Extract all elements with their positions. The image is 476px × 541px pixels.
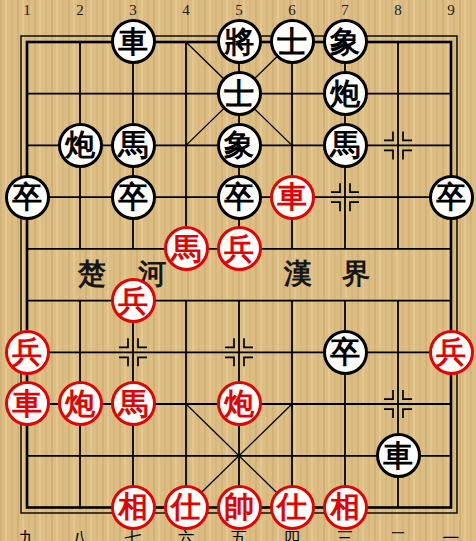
- piece-glyph: 馬: [118, 389, 148, 419]
- piece-glyph: 馬: [330, 130, 360, 160]
- piece-glyph: 將: [224, 27, 254, 57]
- piece-black-soldier[interactable]: 卒: [429, 175, 474, 220]
- piece-glyph: 卒: [224, 182, 254, 212]
- xiangqi-board: 123456789 九八七六五四三二一 楚河 漢界 車將士象士炮炮馬象馬卒卒卒卒…: [0, 0, 476, 541]
- piece-red-soldier[interactable]: 兵: [5, 330, 50, 375]
- piece-red-chariot[interactable]: 車: [5, 381, 50, 426]
- piece-glyph: 炮: [330, 79, 360, 109]
- piece-red-soldier[interactable]: 兵: [111, 278, 156, 323]
- piece-black-horse[interactable]: 馬: [323, 123, 368, 168]
- piece-glyph: 炮: [65, 130, 95, 160]
- piece-glyph: 士: [277, 27, 307, 57]
- piece-glyph: 馬: [118, 130, 148, 160]
- piece-red-soldier[interactable]: 兵: [429, 330, 474, 375]
- piece-black-soldier[interactable]: 卒: [217, 175, 262, 220]
- piece-glyph: 兵: [224, 234, 254, 264]
- piece-red-cannon[interactable]: 炮: [217, 381, 262, 426]
- piece-black-chariot[interactable]: 車: [111, 19, 156, 64]
- piece-red-horse[interactable]: 馬: [111, 381, 156, 426]
- piece-black-advisor[interactable]: 士: [217, 71, 262, 116]
- piece-black-cannon[interactable]: 炮: [58, 123, 103, 168]
- piece-glyph: 馬: [171, 234, 201, 264]
- piece-glyph: 卒: [118, 182, 148, 212]
- piece-glyph: 車: [12, 389, 42, 419]
- piece-red-cannon[interactable]: 炮: [58, 381, 103, 426]
- piece-glyph: 相: [118, 492, 148, 522]
- piece-glyph: 車: [277, 182, 307, 212]
- piece-glyph: 帥: [224, 492, 254, 522]
- piece-glyph: 象: [224, 130, 254, 160]
- piece-glyph: 車: [383, 441, 413, 471]
- piece-black-advisor[interactable]: 士: [270, 19, 315, 64]
- piece-red-advisor[interactable]: 仕: [270, 485, 315, 530]
- piece-black-soldier[interactable]: 卒: [111, 175, 156, 220]
- piece-black-cannon[interactable]: 炮: [323, 71, 368, 116]
- piece-red-general[interactable]: 帥: [217, 485, 262, 530]
- piece-black-general[interactable]: 將: [217, 19, 262, 64]
- piece-red-chariot[interactable]: 車: [270, 175, 315, 220]
- piece-black-horse[interactable]: 馬: [111, 123, 156, 168]
- piece-red-soldier[interactable]: 兵: [217, 226, 262, 271]
- piece-glyph: 兵: [436, 337, 466, 367]
- piece-red-advisor[interactable]: 仕: [164, 485, 209, 530]
- piece-glyph: 卒: [12, 182, 42, 212]
- piece-black-chariot[interactable]: 車: [376, 433, 421, 478]
- piece-glyph: 象: [330, 27, 360, 57]
- piece-black-soldier[interactable]: 卒: [5, 175, 50, 220]
- piece-glyph: 兵: [118, 286, 148, 316]
- piece-glyph: 炮: [224, 389, 254, 419]
- piece-glyph: 相: [330, 492, 360, 522]
- piece-glyph: 士: [224, 79, 254, 109]
- piece-red-elephant[interactable]: 相: [323, 485, 368, 530]
- piece-glyph: 兵: [12, 337, 42, 367]
- piece-glyph: 仕: [277, 492, 307, 522]
- piece-black-elephant[interactable]: 象: [217, 123, 262, 168]
- piece-glyph: 卒: [330, 337, 360, 367]
- piece-layer: 車將士象士炮炮馬象馬卒卒卒卒卒車車馬兵兵兵兵車炮馬炮相仕帥仕相: [1, 16, 476, 533]
- piece-glyph: 卒: [436, 182, 466, 212]
- piece-glyph: 炮: [65, 389, 95, 419]
- piece-black-soldier[interactable]: 卒: [323, 330, 368, 375]
- piece-black-elephant[interactable]: 象: [323, 19, 368, 64]
- piece-glyph: 仕: [171, 492, 201, 522]
- piece-glyph: 車: [118, 27, 148, 57]
- piece-red-elephant[interactable]: 相: [111, 485, 156, 530]
- piece-red-horse[interactable]: 馬: [164, 226, 209, 271]
